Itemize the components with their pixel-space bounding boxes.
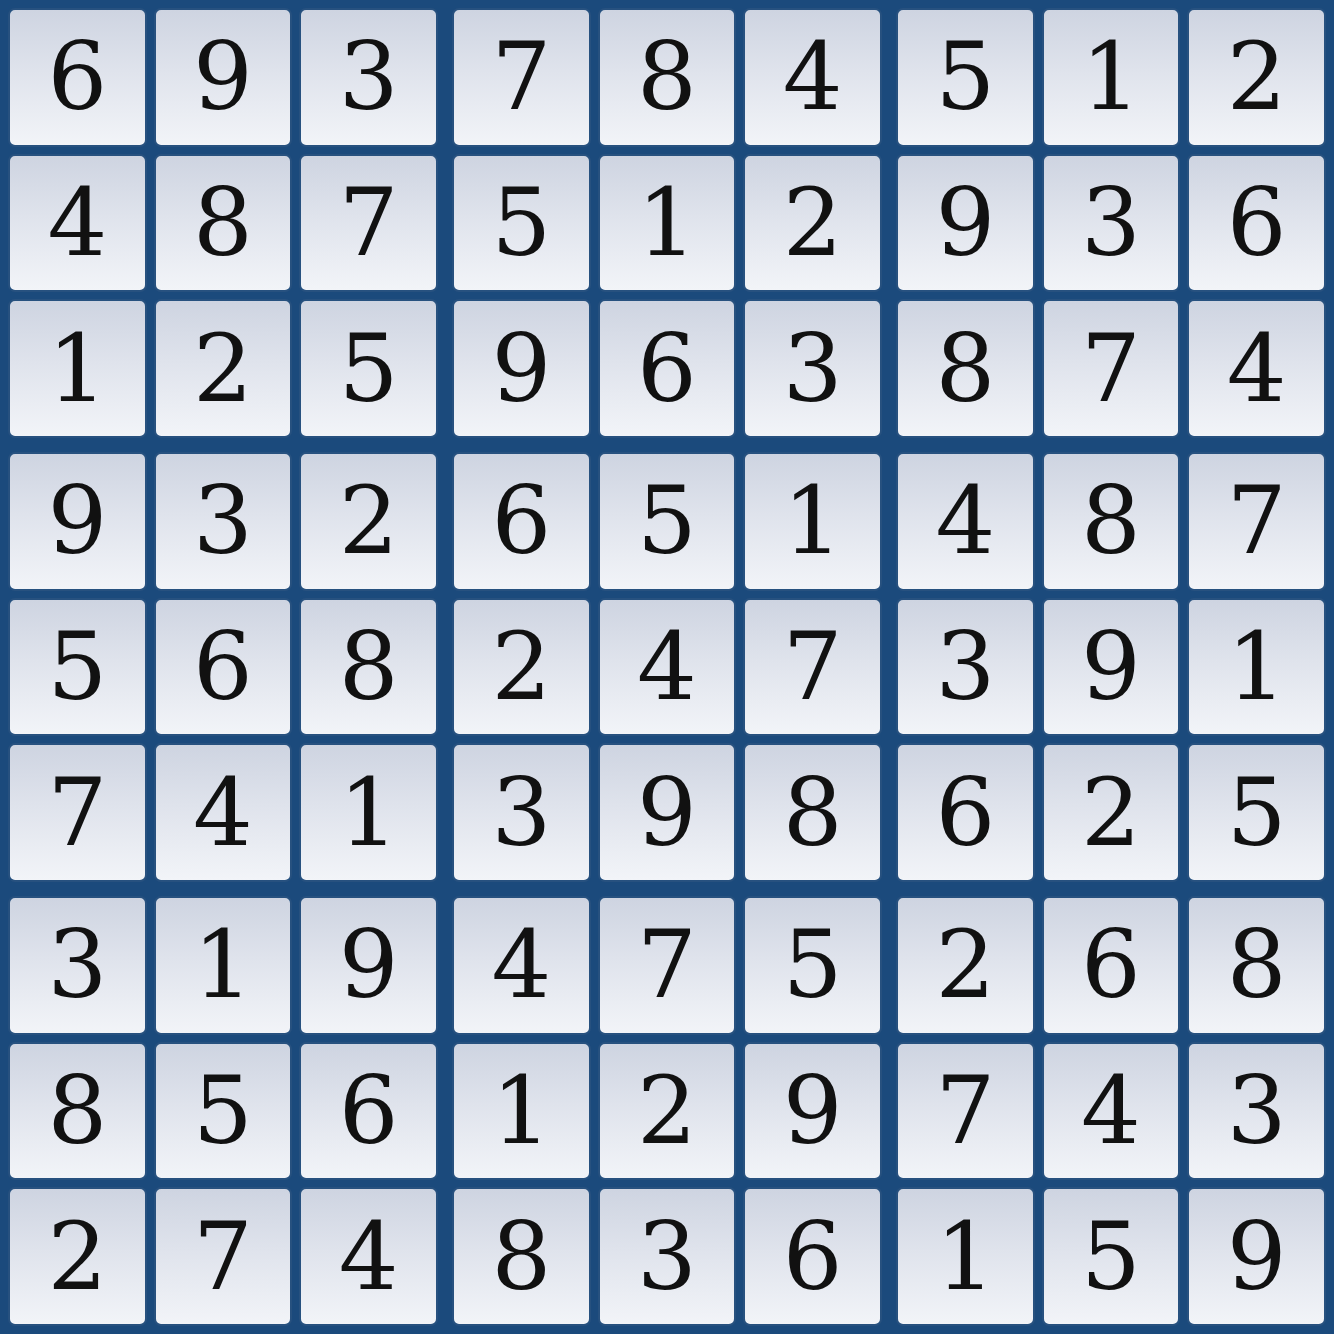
cell-r5c9[interactable]: 1 bbox=[1187, 598, 1326, 737]
cell-r7c7[interactable]: 2 bbox=[896, 896, 1035, 1035]
box-9: 268743159 bbox=[896, 896, 1326, 1326]
cell-r9c5[interactable]: 3 bbox=[598, 1187, 737, 1326]
cell-r2c8[interactable]: 3 bbox=[1042, 154, 1181, 293]
cell-r8c7[interactable]: 7 bbox=[896, 1042, 1035, 1181]
cell-r9c6[interactable]: 6 bbox=[743, 1187, 882, 1326]
cell-r7c9[interactable]: 8 bbox=[1187, 896, 1326, 1035]
cell-r2c5[interactable]: 1 bbox=[598, 154, 737, 293]
cell-r5c6[interactable]: 7 bbox=[743, 598, 882, 737]
cell-r7c8[interactable]: 6 bbox=[1042, 896, 1181, 1035]
cell-r7c1[interactable]: 3 bbox=[8, 896, 147, 1035]
cell-r3c6[interactable]: 3 bbox=[743, 299, 882, 438]
cell-r9c1[interactable]: 2 bbox=[8, 1187, 147, 1326]
cell-r3c3[interactable]: 5 bbox=[299, 299, 438, 438]
cell-r4c8[interactable]: 8 bbox=[1042, 452, 1181, 591]
cell-r7c4[interactable]: 4 bbox=[452, 896, 591, 1035]
cell-r8c4[interactable]: 1 bbox=[452, 1042, 591, 1181]
cell-r6c4[interactable]: 3 bbox=[452, 743, 591, 882]
cell-r5c4[interactable]: 2 bbox=[452, 598, 591, 737]
cell-r1c1[interactable]: 6 bbox=[8, 8, 147, 147]
cell-r6c2[interactable]: 4 bbox=[154, 743, 293, 882]
box-7: 319856274 bbox=[8, 896, 438, 1326]
cell-r9c4[interactable]: 8 bbox=[452, 1187, 591, 1326]
cell-r4c4[interactable]: 6 bbox=[452, 452, 591, 591]
cell-r2c7[interactable]: 9 bbox=[896, 154, 1035, 293]
cell-r1c3[interactable]: 3 bbox=[299, 8, 438, 147]
cell-r5c2[interactable]: 6 bbox=[154, 598, 293, 737]
cell-r8c8[interactable]: 4 bbox=[1042, 1042, 1181, 1181]
cell-r7c2[interactable]: 1 bbox=[154, 896, 293, 1035]
cell-r3c4[interactable]: 9 bbox=[452, 299, 591, 438]
cell-r7c5[interactable]: 7 bbox=[598, 896, 737, 1035]
cell-r1c6[interactable]: 4 bbox=[743, 8, 882, 147]
cell-r6c7[interactable]: 6 bbox=[896, 743, 1035, 882]
cell-r4c3[interactable]: 2 bbox=[299, 452, 438, 591]
cell-r2c3[interactable]: 7 bbox=[299, 154, 438, 293]
cell-r6c6[interactable]: 8 bbox=[743, 743, 882, 882]
box-1: 693487125 bbox=[8, 8, 438, 438]
cell-r9c7[interactable]: 1 bbox=[896, 1187, 1035, 1326]
cell-r8c2[interactable]: 5 bbox=[154, 1042, 293, 1181]
cell-r2c2[interactable]: 8 bbox=[154, 154, 293, 293]
cell-r5c8[interactable]: 9 bbox=[1042, 598, 1181, 737]
cell-r9c2[interactable]: 7 bbox=[154, 1187, 293, 1326]
cell-r7c6[interactable]: 5 bbox=[743, 896, 882, 1035]
cell-r3c8[interactable]: 7 bbox=[1042, 299, 1181, 438]
cell-r3c7[interactable]: 8 bbox=[896, 299, 1035, 438]
sudoku-board: 6934871257845129635129368749325687416512… bbox=[0, 0, 1334, 1334]
cell-r4c9[interactable]: 7 bbox=[1187, 452, 1326, 591]
cell-r2c6[interactable]: 2 bbox=[743, 154, 882, 293]
cell-r5c5[interactable]: 4 bbox=[598, 598, 737, 737]
cell-r5c3[interactable]: 8 bbox=[299, 598, 438, 737]
cell-r3c9[interactable]: 4 bbox=[1187, 299, 1326, 438]
cell-r8c9[interactable]: 3 bbox=[1187, 1042, 1326, 1181]
cell-r1c9[interactable]: 2 bbox=[1187, 8, 1326, 147]
box-3: 512936874 bbox=[896, 8, 1326, 438]
cell-r2c4[interactable]: 5 bbox=[452, 154, 591, 293]
cell-r1c5[interactable]: 8 bbox=[598, 8, 737, 147]
cell-r7c3[interactable]: 9 bbox=[299, 896, 438, 1035]
cell-r8c1[interactable]: 8 bbox=[8, 1042, 147, 1181]
cell-r5c1[interactable]: 5 bbox=[8, 598, 147, 737]
box-6: 487391625 bbox=[896, 452, 1326, 882]
cell-r5c7[interactable]: 3 bbox=[896, 598, 1035, 737]
cell-r9c9[interactable]: 9 bbox=[1187, 1187, 1326, 1326]
cell-r3c1[interactable]: 1 bbox=[8, 299, 147, 438]
cell-r2c9[interactable]: 6 bbox=[1187, 154, 1326, 293]
cell-r1c7[interactable]: 5 bbox=[896, 8, 1035, 147]
box-4: 932568741 bbox=[8, 452, 438, 882]
cell-r3c2[interactable]: 2 bbox=[154, 299, 293, 438]
cell-r2c1[interactable]: 4 bbox=[8, 154, 147, 293]
cell-r1c8[interactable]: 1 bbox=[1042, 8, 1181, 147]
cell-r1c2[interactable]: 9 bbox=[154, 8, 293, 147]
cell-r6c9[interactable]: 5 bbox=[1187, 743, 1326, 882]
cell-r6c3[interactable]: 1 bbox=[299, 743, 438, 882]
cell-r9c3[interactable]: 4 bbox=[299, 1187, 438, 1326]
cell-r8c5[interactable]: 2 bbox=[598, 1042, 737, 1181]
cell-r3c5[interactable]: 6 bbox=[598, 299, 737, 438]
cell-r8c3[interactable]: 6 bbox=[299, 1042, 438, 1181]
cell-r6c1[interactable]: 7 bbox=[8, 743, 147, 882]
cell-r4c2[interactable]: 3 bbox=[154, 452, 293, 591]
cell-r8c6[interactable]: 9 bbox=[743, 1042, 882, 1181]
cell-r6c8[interactable]: 2 bbox=[1042, 743, 1181, 882]
box-5: 651247398 bbox=[452, 452, 882, 882]
box-2: 784512963 bbox=[452, 8, 882, 438]
cell-r4c7[interactable]: 4 bbox=[896, 452, 1035, 591]
cell-r1c4[interactable]: 7 bbox=[452, 8, 591, 147]
cell-r4c6[interactable]: 1 bbox=[743, 452, 882, 591]
cell-r4c1[interactable]: 9 bbox=[8, 452, 147, 591]
cell-r6c5[interactable]: 9 bbox=[598, 743, 737, 882]
cell-r9c8[interactable]: 5 bbox=[1042, 1187, 1181, 1326]
cell-r4c5[interactable]: 5 bbox=[598, 452, 737, 591]
box-8: 475129836 bbox=[452, 896, 882, 1326]
